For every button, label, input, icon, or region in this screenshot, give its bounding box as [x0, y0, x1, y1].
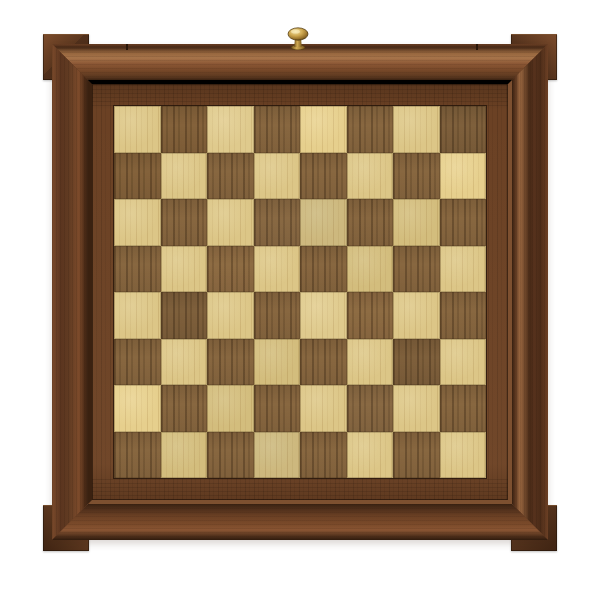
square-h2[interactable] [440, 385, 487, 432]
frame-molding-left [52, 44, 88, 540]
square-g6[interactable] [393, 199, 440, 246]
square-g7[interactable] [393, 153, 440, 200]
brass-knob-icon [284, 26, 312, 50]
square-h7[interactable] [440, 153, 487, 200]
frame-molding-bottom [52, 504, 548, 540]
lid-seam-right [476, 44, 478, 50]
chessboard-product-photo [0, 0, 600, 589]
square-e2[interactable] [300, 385, 347, 432]
square-d2[interactable] [254, 385, 301, 432]
square-c2[interactable] [207, 385, 254, 432]
square-e3[interactable] [300, 339, 347, 386]
square-a2[interactable] [114, 385, 161, 432]
inner-border-grain-top [92, 84, 508, 106]
square-h5[interactable] [440, 246, 487, 293]
frame-molding-right [512, 44, 548, 540]
square-c4[interactable] [207, 292, 254, 339]
square-g8[interactable] [393, 106, 440, 153]
square-h8[interactable] [440, 106, 487, 153]
square-b8[interactable] [161, 106, 208, 153]
board-frame [52, 44, 548, 540]
square-c6[interactable] [207, 199, 254, 246]
chess-board-grid [114, 106, 486, 478]
square-c7[interactable] [207, 153, 254, 200]
square-e4[interactable] [300, 292, 347, 339]
square-b2[interactable] [161, 385, 208, 432]
square-d4[interactable] [254, 292, 301, 339]
square-e1[interactable] [300, 432, 347, 479]
inner-walnut-border [92, 84, 508, 500]
square-b5[interactable] [161, 246, 208, 293]
square-c5[interactable] [207, 246, 254, 293]
square-d3[interactable] [254, 339, 301, 386]
square-a3[interactable] [114, 339, 161, 386]
square-c8[interactable] [207, 106, 254, 153]
square-d8[interactable] [254, 106, 301, 153]
square-e6[interactable] [300, 199, 347, 246]
lid-seam-left [126, 44, 128, 50]
square-a4[interactable] [114, 292, 161, 339]
square-g1[interactable] [393, 432, 440, 479]
square-f8[interactable] [347, 106, 394, 153]
square-e8[interactable] [300, 106, 347, 153]
square-b1[interactable] [161, 432, 208, 479]
square-a6[interactable] [114, 199, 161, 246]
square-a8[interactable] [114, 106, 161, 153]
square-f3[interactable] [347, 339, 394, 386]
square-a1[interactable] [114, 432, 161, 479]
square-f7[interactable] [347, 153, 394, 200]
square-d7[interactable] [254, 153, 301, 200]
square-h6[interactable] [440, 199, 487, 246]
square-f4[interactable] [347, 292, 394, 339]
square-e5[interactable] [300, 246, 347, 293]
square-g5[interactable] [393, 246, 440, 293]
square-c1[interactable] [207, 432, 254, 479]
square-c3[interactable] [207, 339, 254, 386]
square-d5[interactable] [254, 246, 301, 293]
square-f6[interactable] [347, 199, 394, 246]
square-f1[interactable] [347, 432, 394, 479]
square-b4[interactable] [161, 292, 208, 339]
square-h1[interactable] [440, 432, 487, 479]
square-g2[interactable] [393, 385, 440, 432]
square-g3[interactable] [393, 339, 440, 386]
square-a5[interactable] [114, 246, 161, 293]
square-f2[interactable] [347, 385, 394, 432]
square-a7[interactable] [114, 153, 161, 200]
square-b6[interactable] [161, 199, 208, 246]
square-b7[interactable] [161, 153, 208, 200]
square-h3[interactable] [440, 339, 487, 386]
square-h4[interactable] [440, 292, 487, 339]
square-e7[interactable] [300, 153, 347, 200]
square-g4[interactable] [393, 292, 440, 339]
square-d1[interactable] [254, 432, 301, 479]
square-f5[interactable] [347, 246, 394, 293]
square-b3[interactable] [161, 339, 208, 386]
square-d6[interactable] [254, 199, 301, 246]
inner-border-grain-bottom [92, 478, 508, 500]
